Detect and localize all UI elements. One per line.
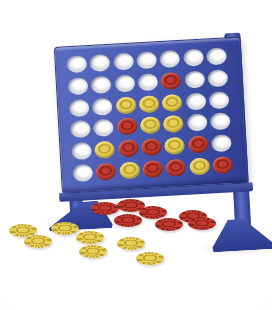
cell-r5-c1 xyxy=(69,140,94,163)
red-disc xyxy=(118,139,139,157)
cell-r3-c6 xyxy=(184,90,209,113)
red-disc xyxy=(166,158,187,176)
cell-r4-c5 xyxy=(161,113,186,136)
cell-r2-c7 xyxy=(206,67,231,90)
cell-r2-c5 xyxy=(159,69,184,92)
board-frame xyxy=(54,37,249,194)
cell-r6-c7 xyxy=(211,153,236,176)
cell-r2-c2 xyxy=(89,73,114,96)
empty-hole xyxy=(72,164,93,182)
yellow-gear-disc xyxy=(117,237,145,250)
cell-r6-c4 xyxy=(140,157,165,180)
yellow-disc xyxy=(189,157,210,175)
cell-r1-c6 xyxy=(181,47,206,70)
cell-r3-c2 xyxy=(90,95,115,118)
cell-r1-c5 xyxy=(158,48,183,71)
cell-r5-c5 xyxy=(163,134,188,157)
empty-hole xyxy=(114,75,135,93)
cell-r4-c2 xyxy=(91,117,116,140)
red-disc xyxy=(116,118,137,136)
cell-r1-c7 xyxy=(205,45,230,68)
cell-r1-c2 xyxy=(88,52,113,75)
empty-hole xyxy=(209,91,230,109)
empty-hole xyxy=(70,120,91,138)
cell-r2-c4 xyxy=(136,71,161,94)
empty-hole xyxy=(183,49,204,67)
empty-hole xyxy=(136,52,157,70)
cell-r6-c3 xyxy=(117,159,142,182)
yellow-gear-disc xyxy=(79,245,107,258)
empty-hole xyxy=(160,50,181,68)
cell-r4-c4 xyxy=(138,114,163,137)
red-gear-disc xyxy=(139,206,167,219)
empty-hole xyxy=(206,48,227,66)
cell-r5-c4 xyxy=(139,136,164,159)
empty-hole xyxy=(93,119,114,137)
cell-r1-c3 xyxy=(111,50,136,73)
yellow-disc xyxy=(119,161,140,179)
red-disc xyxy=(95,162,116,180)
yellow-gear-disc xyxy=(136,252,164,265)
yellow-disc xyxy=(115,96,136,114)
yellow-disc xyxy=(162,94,183,112)
board-grid xyxy=(64,45,235,184)
yellow-gear-disc xyxy=(24,235,52,248)
cell-r4-c6 xyxy=(185,111,210,134)
cell-r2-c6 xyxy=(182,68,207,91)
cell-r6-c6 xyxy=(187,155,212,178)
red-disc xyxy=(141,138,162,156)
cell-r5-c7 xyxy=(209,132,234,155)
cell-r1-c1 xyxy=(64,53,89,76)
cell-r3-c4 xyxy=(137,92,162,115)
empty-hole xyxy=(137,73,158,91)
cell-r5-c2 xyxy=(92,138,117,161)
cell-r5-c6 xyxy=(186,133,211,156)
cell-r6-c2 xyxy=(94,160,119,183)
red-gear-disc xyxy=(155,218,183,231)
empty-hole xyxy=(67,77,88,95)
red-disc xyxy=(188,135,209,153)
yellow-disc xyxy=(164,137,185,155)
yellow-disc xyxy=(94,141,115,159)
empty-hole xyxy=(185,92,206,110)
red-disc xyxy=(212,156,233,174)
empty-hole xyxy=(66,55,87,73)
connect-four-photo xyxy=(0,0,272,310)
right-leg-foot xyxy=(211,217,272,252)
cell-r3-c7 xyxy=(207,88,232,111)
empty-hole xyxy=(91,76,112,94)
yellow-disc xyxy=(163,115,184,133)
red-disc xyxy=(161,72,182,90)
empty-hole xyxy=(92,97,113,115)
red-gear-disc xyxy=(188,217,216,230)
cell-r6-c1 xyxy=(70,161,95,184)
empty-hole xyxy=(211,134,232,152)
red-gear-disc xyxy=(114,214,142,227)
empty-hole xyxy=(113,53,134,71)
yellow-gear-disc xyxy=(76,231,104,244)
cell-r3-c1 xyxy=(67,96,92,119)
red-disc xyxy=(142,160,163,178)
cell-r4-c7 xyxy=(208,110,233,133)
cell-r2-c3 xyxy=(112,72,137,95)
yellow-gear-disc xyxy=(51,222,79,235)
empty-hole xyxy=(210,113,231,131)
cell-r2-c1 xyxy=(65,75,90,98)
empty-hole xyxy=(208,69,229,87)
empty-hole xyxy=(71,142,92,160)
empty-hole xyxy=(68,99,89,117)
cell-r1-c4 xyxy=(134,49,159,72)
empty-hole xyxy=(184,71,205,89)
cell-r4-c1 xyxy=(68,118,93,141)
cell-r3-c5 xyxy=(160,91,185,114)
cell-r5-c3 xyxy=(116,137,141,160)
empty-hole xyxy=(187,114,208,132)
empty-hole xyxy=(89,54,110,72)
cell-r4-c3 xyxy=(115,115,140,138)
cell-r6-c5 xyxy=(164,156,189,179)
cell-r3-c3 xyxy=(113,94,138,117)
yellow-disc xyxy=(139,95,160,113)
yellow-disc xyxy=(140,116,161,134)
red-gear-disc xyxy=(91,202,119,215)
